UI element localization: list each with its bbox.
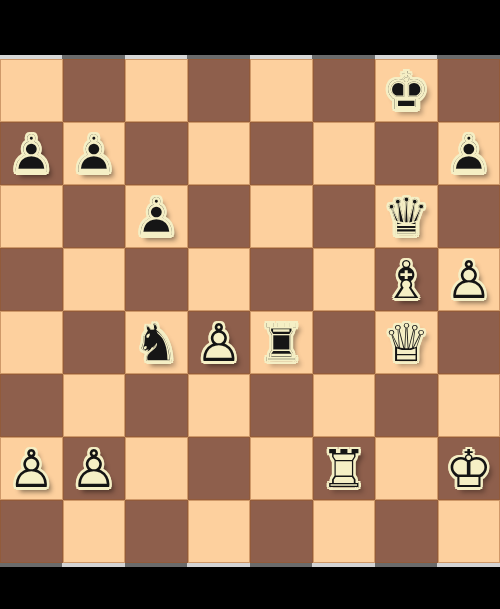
square-g3[interactable]: [375, 374, 438, 437]
square-d5[interactable]: [188, 248, 251, 311]
square-g4[interactable]: ♛♕: [375, 311, 438, 374]
white-pawn-outline-glyph: ♙: [8, 443, 55, 495]
square-e1[interactable]: [250, 500, 313, 563]
square-a3[interactable]: [0, 374, 63, 437]
square-b8[interactable]: [63, 59, 126, 122]
black-queen-outline-glyph: ♕: [383, 191, 430, 243]
square-b6[interactable]: [63, 185, 126, 248]
white-pawn-outline-glyph: ♙: [195, 317, 242, 369]
black-rook-outline-glyph: ♖: [258, 317, 305, 369]
square-e6[interactable]: [250, 185, 313, 248]
piece-white-pawn[interactable]: ♟♙: [63, 437, 126, 500]
square-g7[interactable]: [375, 122, 438, 185]
letterbox-top: [0, 0, 500, 55]
square-c8[interactable]: [125, 59, 188, 122]
square-h8[interactable]: [438, 59, 500, 122]
square-a5[interactable]: [0, 248, 63, 311]
square-d4[interactable]: ♟♙: [188, 311, 251, 374]
square-c4[interactable]: ♞♘: [125, 311, 188, 374]
black-pawn-outline-glyph: ♙: [133, 191, 180, 243]
square-e5[interactable]: [250, 248, 313, 311]
piece-black-knight[interactable]: ♞♘: [125, 311, 188, 374]
square-d6[interactable]: [188, 185, 251, 248]
square-d7[interactable]: [188, 122, 251, 185]
piece-white-king[interactable]: ♚♔: [438, 437, 500, 500]
square-c6[interactable]: ♟♙: [125, 185, 188, 248]
square-c5[interactable]: [125, 248, 188, 311]
square-g2[interactable]: [375, 437, 438, 500]
white-pawn-outline-glyph: ♙: [70, 443, 117, 495]
square-a2[interactable]: ♟♙: [0, 437, 63, 500]
piece-black-pawn[interactable]: ♟♙: [125, 185, 188, 248]
square-h3[interactable]: [438, 374, 500, 437]
square-a1[interactable]: [0, 500, 63, 563]
square-g8[interactable]: ♚♔: [375, 59, 438, 122]
square-e7[interactable]: [250, 122, 313, 185]
square-c7[interactable]: [125, 122, 188, 185]
square-h1[interactable]: [438, 500, 500, 563]
square-f6[interactable]: [313, 185, 376, 248]
square-f8[interactable]: [313, 59, 376, 122]
square-b3[interactable]: [63, 374, 126, 437]
square-e3[interactable]: [250, 374, 313, 437]
square-h5[interactable]: ♟♙: [438, 248, 500, 311]
piece-white-rook[interactable]: ♜♖: [313, 437, 376, 500]
square-g1[interactable]: [375, 500, 438, 563]
letterbox-bottom: [0, 567, 500, 609]
square-d1[interactable]: [188, 500, 251, 563]
square-b5[interactable]: [63, 248, 126, 311]
square-f3[interactable]: [313, 374, 376, 437]
square-b1[interactable]: [63, 500, 126, 563]
square-h4[interactable]: [438, 311, 500, 374]
piece-black-queen[interactable]: ♛♕: [375, 185, 438, 248]
square-f2[interactable]: ♜♖: [313, 437, 376, 500]
piece-black-pawn[interactable]: ♟♙: [438, 122, 500, 185]
square-h7[interactable]: ♟♙: [438, 122, 500, 185]
piece-black-king[interactable]: ♚♔: [375, 59, 438, 122]
square-b7[interactable]: ♟♙: [63, 122, 126, 185]
square-b4[interactable]: [63, 311, 126, 374]
piece-black-pawn[interactable]: ♟♙: [63, 122, 126, 185]
black-knight-outline-glyph: ♘: [133, 317, 180, 369]
piece-white-pawn[interactable]: ♟♙: [0, 437, 63, 500]
square-c2[interactable]: [125, 437, 188, 500]
piece-black-pawn[interactable]: ♟♙: [0, 122, 63, 185]
black-king-outline-glyph: ♔: [383, 65, 430, 117]
square-a4[interactable]: [0, 311, 63, 374]
piece-black-rook[interactable]: ♜♖: [250, 311, 313, 374]
square-a6[interactable]: [0, 185, 63, 248]
chess-app-window: ♚♔♟♙♟♙♟♙♟♙♛♕♝♗♟♙♞♘♟♙♜♖♛♕♟♙♟♙♜♖♚♔: [0, 0, 500, 609]
black-pawn-outline-glyph: ♙: [8, 128, 55, 180]
square-g6[interactable]: ♛♕: [375, 185, 438, 248]
square-h2[interactable]: ♚♔: [438, 437, 500, 500]
white-pawn-outline-glyph: ♙: [445, 254, 492, 306]
square-c3[interactable]: [125, 374, 188, 437]
square-f5[interactable]: [313, 248, 376, 311]
square-e4[interactable]: ♜♖: [250, 311, 313, 374]
piece-white-pawn[interactable]: ♟♙: [188, 311, 251, 374]
square-g5[interactable]: ♝♗: [375, 248, 438, 311]
piece-white-pawn[interactable]: ♟♙: [438, 248, 500, 311]
square-f7[interactable]: [313, 122, 376, 185]
piece-white-bishop[interactable]: ♝♗: [375, 248, 438, 311]
square-d8[interactable]: [188, 59, 251, 122]
white-king-outline-glyph: ♔: [445, 443, 492, 495]
chess-board: ♚♔♟♙♟♙♟♙♟♙♛♕♝♗♟♙♞♘♟♙♜♖♛♕♟♙♟♙♜♖♚♔: [0, 59, 500, 563]
square-f4[interactable]: [313, 311, 376, 374]
square-d2[interactable]: [188, 437, 251, 500]
square-h6[interactable]: [438, 185, 500, 248]
square-a8[interactable]: [0, 59, 63, 122]
square-f1[interactable]: [313, 500, 376, 563]
black-pawn-outline-glyph: ♙: [445, 128, 492, 180]
square-d3[interactable]: [188, 374, 251, 437]
square-c1[interactable]: [125, 500, 188, 563]
square-e2[interactable]: [250, 437, 313, 500]
piece-white-queen[interactable]: ♛♕: [375, 311, 438, 374]
white-bishop-outline-glyph: ♗: [383, 254, 430, 306]
black-pawn-outline-glyph: ♙: [70, 128, 117, 180]
square-b2[interactable]: ♟♙: [63, 437, 126, 500]
white-rook-outline-glyph: ♖: [320, 443, 367, 495]
square-a7[interactable]: ♟♙: [0, 122, 63, 185]
square-e8[interactable]: [250, 59, 313, 122]
white-queen-outline-glyph: ♕: [383, 317, 430, 369]
